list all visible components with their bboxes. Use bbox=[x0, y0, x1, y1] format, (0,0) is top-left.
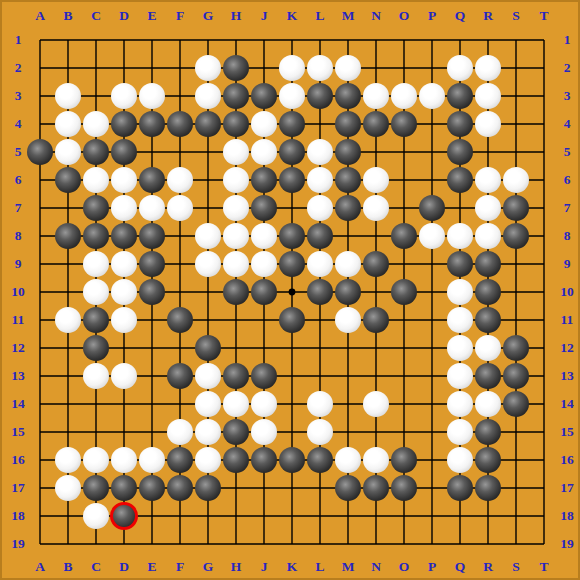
white-stone-L9[interactable] bbox=[307, 251, 333, 277]
intersection-M16[interactable] bbox=[334, 446, 362, 474]
intersection-K12[interactable] bbox=[278, 334, 306, 362]
intersection-D11[interactable] bbox=[110, 306, 138, 334]
black-stone-M17[interactable] bbox=[335, 475, 361, 501]
intersection-F7[interactable] bbox=[166, 194, 194, 222]
intersection-H9[interactable] bbox=[222, 250, 250, 278]
intersection-T18[interactable] bbox=[530, 502, 558, 530]
intersection-Q11[interactable] bbox=[446, 306, 474, 334]
white-stone-L5[interactable] bbox=[307, 139, 333, 165]
intersection-A16[interactable] bbox=[26, 446, 54, 474]
intersection-C2[interactable] bbox=[82, 54, 110, 82]
intersection-K4[interactable] bbox=[278, 110, 306, 138]
intersection-N9[interactable] bbox=[362, 250, 390, 278]
white-stone-B16[interactable] bbox=[55, 447, 81, 473]
intersection-Q19[interactable] bbox=[446, 530, 474, 558]
intersection-T7[interactable] bbox=[530, 194, 558, 222]
intersection-Q4[interactable] bbox=[446, 110, 474, 138]
white-stone-B17[interactable] bbox=[55, 475, 81, 501]
intersection-S11[interactable] bbox=[502, 306, 530, 334]
intersection-D7[interactable] bbox=[110, 194, 138, 222]
black-stone-L8[interactable] bbox=[307, 223, 333, 249]
intersection-C3[interactable] bbox=[82, 82, 110, 110]
intersection-G15[interactable] bbox=[194, 418, 222, 446]
intersection-Q3[interactable] bbox=[446, 82, 474, 110]
black-stone-H16[interactable] bbox=[223, 447, 249, 473]
intersection-P15[interactable] bbox=[418, 418, 446, 446]
intersection-L16[interactable] bbox=[306, 446, 334, 474]
white-stone-B4[interactable] bbox=[55, 111, 81, 137]
intersection-T3[interactable] bbox=[530, 82, 558, 110]
black-stone-K4[interactable] bbox=[279, 111, 305, 137]
black-stone-R11[interactable] bbox=[475, 307, 501, 333]
white-stone-R12[interactable] bbox=[475, 335, 501, 361]
intersection-O16[interactable] bbox=[390, 446, 418, 474]
white-stone-M2[interactable] bbox=[335, 55, 361, 81]
intersection-Q2[interactable] bbox=[446, 54, 474, 82]
intersection-K17[interactable] bbox=[278, 474, 306, 502]
intersection-K7[interactable] bbox=[278, 194, 306, 222]
intersection-N10[interactable] bbox=[362, 278, 390, 306]
black-stone-S12[interactable] bbox=[503, 335, 529, 361]
black-stone-E10[interactable] bbox=[139, 279, 165, 305]
intersection-S18[interactable] bbox=[502, 502, 530, 530]
intersection-C6[interactable] bbox=[82, 166, 110, 194]
intersection-M19[interactable] bbox=[334, 530, 362, 558]
intersection-G11[interactable] bbox=[194, 306, 222, 334]
intersection-D13[interactable] bbox=[110, 362, 138, 390]
black-stone-R16[interactable] bbox=[475, 447, 501, 473]
intersection-P13[interactable] bbox=[418, 362, 446, 390]
intersection-N2[interactable] bbox=[362, 54, 390, 82]
intersection-L7[interactable] bbox=[306, 194, 334, 222]
intersection-F9[interactable] bbox=[166, 250, 194, 278]
white-stone-M16[interactable] bbox=[335, 447, 361, 473]
intersection-S19[interactable] bbox=[502, 530, 530, 558]
intersection-M11[interactable] bbox=[334, 306, 362, 334]
intersection-D12[interactable] bbox=[110, 334, 138, 362]
intersection-H14[interactable] bbox=[222, 390, 250, 418]
intersection-B10[interactable] bbox=[54, 278, 82, 306]
white-stone-E7[interactable] bbox=[139, 195, 165, 221]
intersection-B19[interactable] bbox=[54, 530, 82, 558]
white-stone-G14[interactable] bbox=[195, 391, 221, 417]
black-stone-K9[interactable] bbox=[279, 251, 305, 277]
intersection-F6[interactable] bbox=[166, 166, 194, 194]
intersection-G16[interactable] bbox=[194, 446, 222, 474]
black-stone-L16[interactable] bbox=[307, 447, 333, 473]
black-stone-H3[interactable] bbox=[223, 83, 249, 109]
intersection-C9[interactable] bbox=[82, 250, 110, 278]
white-stone-P8[interactable] bbox=[419, 223, 445, 249]
intersection-G18[interactable] bbox=[194, 502, 222, 530]
black-stone-N11[interactable] bbox=[363, 307, 389, 333]
black-stone-F4[interactable] bbox=[167, 111, 193, 137]
black-stone-D4[interactable] bbox=[111, 111, 137, 137]
intersection-J18[interactable] bbox=[250, 502, 278, 530]
white-stone-N3[interactable] bbox=[363, 83, 389, 109]
intersection-J10[interactable] bbox=[250, 278, 278, 306]
black-stone-B8[interactable] bbox=[55, 223, 81, 249]
intersection-S6[interactable] bbox=[502, 166, 530, 194]
intersection-R2[interactable] bbox=[474, 54, 502, 82]
white-stone-G2[interactable] bbox=[195, 55, 221, 81]
black-stone-N9[interactable] bbox=[363, 251, 389, 277]
intersection-Q10[interactable] bbox=[446, 278, 474, 306]
intersection-S4[interactable] bbox=[502, 110, 530, 138]
intersection-E13[interactable] bbox=[138, 362, 166, 390]
intersection-J15[interactable] bbox=[250, 418, 278, 446]
intersection-G14[interactable] bbox=[194, 390, 222, 418]
intersection-Q6[interactable] bbox=[446, 166, 474, 194]
intersection-S2[interactable] bbox=[502, 54, 530, 82]
intersection-O3[interactable] bbox=[390, 82, 418, 110]
intersection-M18[interactable] bbox=[334, 502, 362, 530]
white-stone-G15[interactable] bbox=[195, 419, 221, 445]
black-stone-O4[interactable] bbox=[391, 111, 417, 137]
intersection-C17[interactable] bbox=[82, 474, 110, 502]
intersection-Q9[interactable] bbox=[446, 250, 474, 278]
intersection-A6[interactable] bbox=[26, 166, 54, 194]
intersection-A13[interactable] bbox=[26, 362, 54, 390]
intersection-J19[interactable] bbox=[250, 530, 278, 558]
black-stone-R15[interactable] bbox=[475, 419, 501, 445]
intersection-E7[interactable] bbox=[138, 194, 166, 222]
intersection-F14[interactable] bbox=[166, 390, 194, 418]
intersection-S14[interactable] bbox=[502, 390, 530, 418]
intersection-P18[interactable] bbox=[418, 502, 446, 530]
intersection-K3[interactable] bbox=[278, 82, 306, 110]
intersection-R15[interactable] bbox=[474, 418, 502, 446]
intersection-E9[interactable] bbox=[138, 250, 166, 278]
intersection-N1[interactable] bbox=[362, 26, 390, 54]
white-stone-G8[interactable] bbox=[195, 223, 221, 249]
black-stone-Q6[interactable] bbox=[447, 167, 473, 193]
intersection-P17[interactable] bbox=[418, 474, 446, 502]
intersection-M17[interactable] bbox=[334, 474, 362, 502]
white-stone-D13[interactable] bbox=[111, 363, 137, 389]
intersection-P14[interactable] bbox=[418, 390, 446, 418]
intersection-M4[interactable] bbox=[334, 110, 362, 138]
intersection-P5[interactable] bbox=[418, 138, 446, 166]
white-stone-D9[interactable] bbox=[111, 251, 137, 277]
intersection-O12[interactable] bbox=[390, 334, 418, 362]
intersection-F12[interactable] bbox=[166, 334, 194, 362]
black-stone-J13[interactable] bbox=[251, 363, 277, 389]
intersection-F11[interactable] bbox=[166, 306, 194, 334]
intersection-J6[interactable] bbox=[250, 166, 278, 194]
intersection-C16[interactable] bbox=[82, 446, 110, 474]
intersection-S15[interactable] bbox=[502, 418, 530, 446]
intersection-D15[interactable] bbox=[110, 418, 138, 446]
intersection-F15[interactable] bbox=[166, 418, 194, 446]
intersection-O8[interactable] bbox=[390, 222, 418, 250]
intersection-J14[interactable] bbox=[250, 390, 278, 418]
white-stone-C4[interactable] bbox=[83, 111, 109, 137]
intersection-J3[interactable] bbox=[250, 82, 278, 110]
intersection-H4[interactable] bbox=[222, 110, 250, 138]
white-stone-B11[interactable] bbox=[55, 307, 81, 333]
black-stone-D18[interactable] bbox=[111, 503, 137, 529]
intersection-P11[interactable] bbox=[418, 306, 446, 334]
black-stone-C5[interactable] bbox=[83, 139, 109, 165]
intersection-F19[interactable] bbox=[166, 530, 194, 558]
intersection-R5[interactable] bbox=[474, 138, 502, 166]
intersection-N15[interactable] bbox=[362, 418, 390, 446]
intersection-M1[interactable] bbox=[334, 26, 362, 54]
intersection-B3[interactable] bbox=[54, 82, 82, 110]
black-stone-Q17[interactable] bbox=[447, 475, 473, 501]
intersection-S10[interactable] bbox=[502, 278, 530, 306]
intersection-E14[interactable] bbox=[138, 390, 166, 418]
black-stone-F16[interactable] bbox=[167, 447, 193, 473]
intersection-F1[interactable] bbox=[166, 26, 194, 54]
white-stone-Q16[interactable] bbox=[447, 447, 473, 473]
intersection-D19[interactable] bbox=[110, 530, 138, 558]
intersection-G17[interactable] bbox=[194, 474, 222, 502]
white-stone-P3[interactable] bbox=[419, 83, 445, 109]
intersection-L2[interactable] bbox=[306, 54, 334, 82]
black-stone-M6[interactable] bbox=[335, 167, 361, 193]
intersection-R9[interactable] bbox=[474, 250, 502, 278]
intersection-D4[interactable] bbox=[110, 110, 138, 138]
intersection-D3[interactable] bbox=[110, 82, 138, 110]
intersection-M13[interactable] bbox=[334, 362, 362, 390]
intersection-P6[interactable] bbox=[418, 166, 446, 194]
intersection-H10[interactable] bbox=[222, 278, 250, 306]
intersection-O19[interactable] bbox=[390, 530, 418, 558]
intersection-R11[interactable] bbox=[474, 306, 502, 334]
black-stone-E9[interactable] bbox=[139, 251, 165, 277]
intersection-Q15[interactable] bbox=[446, 418, 474, 446]
white-stone-M9[interactable] bbox=[335, 251, 361, 277]
intersection-J11[interactable] bbox=[250, 306, 278, 334]
white-stone-C16[interactable] bbox=[83, 447, 109, 473]
white-stone-D10[interactable] bbox=[111, 279, 137, 305]
white-stone-S6[interactable] bbox=[503, 167, 529, 193]
intersection-F13[interactable] bbox=[166, 362, 194, 390]
intersection-K16[interactable] bbox=[278, 446, 306, 474]
intersection-T1[interactable] bbox=[530, 26, 558, 54]
intersection-A14[interactable] bbox=[26, 390, 54, 418]
black-stone-G12[interactable] bbox=[195, 335, 221, 361]
intersection-M14[interactable] bbox=[334, 390, 362, 418]
white-stone-C10[interactable] bbox=[83, 279, 109, 305]
white-stone-G13[interactable] bbox=[195, 363, 221, 389]
intersection-T4[interactable] bbox=[530, 110, 558, 138]
intersection-A3[interactable] bbox=[26, 82, 54, 110]
intersection-D9[interactable] bbox=[110, 250, 138, 278]
intersection-P8[interactable] bbox=[418, 222, 446, 250]
intersection-G1[interactable] bbox=[194, 26, 222, 54]
intersection-M15[interactable] bbox=[334, 418, 362, 446]
white-stone-N7[interactable] bbox=[363, 195, 389, 221]
intersection-T8[interactable] bbox=[530, 222, 558, 250]
intersection-O4[interactable] bbox=[390, 110, 418, 138]
intersection-N6[interactable] bbox=[362, 166, 390, 194]
intersection-K13[interactable] bbox=[278, 362, 306, 390]
intersection-K5[interactable] bbox=[278, 138, 306, 166]
intersection-P12[interactable] bbox=[418, 334, 446, 362]
white-stone-C18[interactable] bbox=[83, 503, 109, 529]
intersection-L11[interactable] bbox=[306, 306, 334, 334]
intersection-C4[interactable] bbox=[82, 110, 110, 138]
intersection-R4[interactable] bbox=[474, 110, 502, 138]
black-stone-Q5[interactable] bbox=[447, 139, 473, 165]
intersection-J1[interactable] bbox=[250, 26, 278, 54]
intersection-O10[interactable] bbox=[390, 278, 418, 306]
intersection-G9[interactable] bbox=[194, 250, 222, 278]
black-stone-M7[interactable] bbox=[335, 195, 361, 221]
black-stone-Q4[interactable] bbox=[447, 111, 473, 137]
intersection-E18[interactable] bbox=[138, 502, 166, 530]
intersection-B16[interactable] bbox=[54, 446, 82, 474]
intersection-J4[interactable] bbox=[250, 110, 278, 138]
white-stone-R7[interactable] bbox=[475, 195, 501, 221]
white-stone-Q8[interactable] bbox=[447, 223, 473, 249]
intersection-L13[interactable] bbox=[306, 362, 334, 390]
intersection-Q1[interactable] bbox=[446, 26, 474, 54]
intersection-Q18[interactable] bbox=[446, 502, 474, 530]
intersection-A9[interactable] bbox=[26, 250, 54, 278]
intersection-T10[interactable] bbox=[530, 278, 558, 306]
intersection-H7[interactable] bbox=[222, 194, 250, 222]
intersection-N17[interactable] bbox=[362, 474, 390, 502]
black-stone-H15[interactable] bbox=[223, 419, 249, 445]
black-stone-H10[interactable] bbox=[223, 279, 249, 305]
intersection-A7[interactable] bbox=[26, 194, 54, 222]
white-stone-L15[interactable] bbox=[307, 419, 333, 445]
white-stone-F6[interactable] bbox=[167, 167, 193, 193]
white-stone-Q12[interactable] bbox=[447, 335, 473, 361]
white-stone-J14[interactable] bbox=[251, 391, 277, 417]
black-stone-C12[interactable] bbox=[83, 335, 109, 361]
intersection-N3[interactable] bbox=[362, 82, 390, 110]
intersection-E4[interactable] bbox=[138, 110, 166, 138]
intersection-A10[interactable] bbox=[26, 278, 54, 306]
intersection-P10[interactable] bbox=[418, 278, 446, 306]
intersection-O18[interactable] bbox=[390, 502, 418, 530]
intersection-C11[interactable] bbox=[82, 306, 110, 334]
black-stone-S13[interactable] bbox=[503, 363, 529, 389]
intersection-K6[interactable] bbox=[278, 166, 306, 194]
white-stone-C13[interactable] bbox=[83, 363, 109, 389]
black-stone-C8[interactable] bbox=[83, 223, 109, 249]
intersection-L4[interactable] bbox=[306, 110, 334, 138]
intersection-M2[interactable] bbox=[334, 54, 362, 82]
intersection-F8[interactable] bbox=[166, 222, 194, 250]
black-stone-M3[interactable] bbox=[335, 83, 361, 109]
intersection-B8[interactable] bbox=[54, 222, 82, 250]
intersection-M6[interactable] bbox=[334, 166, 362, 194]
intersection-M7[interactable] bbox=[334, 194, 362, 222]
intersection-J2[interactable] bbox=[250, 54, 278, 82]
black-stone-K16[interactable] bbox=[279, 447, 305, 473]
white-stone-H9[interactable] bbox=[223, 251, 249, 277]
intersection-O6[interactable] bbox=[390, 166, 418, 194]
white-stone-H8[interactable] bbox=[223, 223, 249, 249]
intersection-H13[interactable] bbox=[222, 362, 250, 390]
intersection-K19[interactable] bbox=[278, 530, 306, 558]
intersection-B13[interactable] bbox=[54, 362, 82, 390]
intersection-B6[interactable] bbox=[54, 166, 82, 194]
intersection-J7[interactable] bbox=[250, 194, 278, 222]
intersection-K9[interactable] bbox=[278, 250, 306, 278]
white-stone-E3[interactable] bbox=[139, 83, 165, 109]
black-stone-J10[interactable] bbox=[251, 279, 277, 305]
intersection-S5[interactable] bbox=[502, 138, 530, 166]
intersection-J16[interactable] bbox=[250, 446, 278, 474]
intersection-N7[interactable] bbox=[362, 194, 390, 222]
intersection-H3[interactable] bbox=[222, 82, 250, 110]
intersection-R17[interactable] bbox=[474, 474, 502, 502]
intersection-S12[interactable] bbox=[502, 334, 530, 362]
intersection-A8[interactable] bbox=[26, 222, 54, 250]
intersection-C13[interactable] bbox=[82, 362, 110, 390]
black-stone-L10[interactable] bbox=[307, 279, 333, 305]
intersection-C7[interactable] bbox=[82, 194, 110, 222]
intersection-L3[interactable] bbox=[306, 82, 334, 110]
intersection-P7[interactable] bbox=[418, 194, 446, 222]
intersection-J13[interactable] bbox=[250, 362, 278, 390]
black-stone-O17[interactable] bbox=[391, 475, 417, 501]
intersection-K15[interactable] bbox=[278, 418, 306, 446]
intersection-R6[interactable] bbox=[474, 166, 502, 194]
intersection-A2[interactable] bbox=[26, 54, 54, 82]
intersection-O1[interactable] bbox=[390, 26, 418, 54]
intersection-Q8[interactable] bbox=[446, 222, 474, 250]
black-stone-E4[interactable] bbox=[139, 111, 165, 137]
intersection-N5[interactable] bbox=[362, 138, 390, 166]
intersection-B7[interactable] bbox=[54, 194, 82, 222]
intersection-Q13[interactable] bbox=[446, 362, 474, 390]
white-stone-L2[interactable] bbox=[307, 55, 333, 81]
intersection-L10[interactable] bbox=[306, 278, 334, 306]
black-stone-S14[interactable] bbox=[503, 391, 529, 417]
white-stone-H14[interactable] bbox=[223, 391, 249, 417]
intersection-R14[interactable] bbox=[474, 390, 502, 418]
intersection-C12[interactable] bbox=[82, 334, 110, 362]
intersection-T12[interactable] bbox=[530, 334, 558, 362]
black-stone-C17[interactable] bbox=[83, 475, 109, 501]
white-stone-M11[interactable] bbox=[335, 307, 361, 333]
black-stone-D5[interactable] bbox=[111, 139, 137, 165]
intersection-D8[interactable] bbox=[110, 222, 138, 250]
white-stone-J4[interactable] bbox=[251, 111, 277, 137]
black-stone-C7[interactable] bbox=[83, 195, 109, 221]
intersection-E8[interactable] bbox=[138, 222, 166, 250]
intersection-T16[interactable] bbox=[530, 446, 558, 474]
intersection-O2[interactable] bbox=[390, 54, 418, 82]
intersection-S9[interactable] bbox=[502, 250, 530, 278]
intersection-K14[interactable] bbox=[278, 390, 306, 418]
black-stone-G17[interactable] bbox=[195, 475, 221, 501]
intersection-G8[interactable] bbox=[194, 222, 222, 250]
intersection-G19[interactable] bbox=[194, 530, 222, 558]
intersection-R3[interactable] bbox=[474, 82, 502, 110]
black-stone-F11[interactable] bbox=[167, 307, 193, 333]
black-stone-H4[interactable] bbox=[223, 111, 249, 137]
white-stone-Q14[interactable] bbox=[447, 391, 473, 417]
white-stone-Q10[interactable] bbox=[447, 279, 473, 305]
intersection-E11[interactable] bbox=[138, 306, 166, 334]
intersection-T19[interactable] bbox=[530, 530, 558, 558]
intersection-H8[interactable] bbox=[222, 222, 250, 250]
intersection-F4[interactable] bbox=[166, 110, 194, 138]
white-stone-R6[interactable] bbox=[475, 167, 501, 193]
intersection-E12[interactable] bbox=[138, 334, 166, 362]
intersection-R12[interactable] bbox=[474, 334, 502, 362]
intersection-C14[interactable] bbox=[82, 390, 110, 418]
